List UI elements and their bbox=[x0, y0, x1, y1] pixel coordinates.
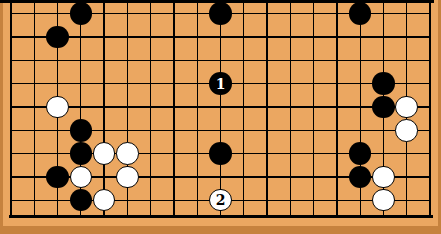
grid-line-horizontal bbox=[10, 60, 432, 61]
board-left-edge-shadow bbox=[0, 3, 3, 234]
white-stone bbox=[70, 166, 93, 189]
move-2-white-stone: 2 bbox=[209, 189, 232, 212]
go-board: 12 bbox=[0, 0, 441, 234]
black-stone bbox=[70, 142, 93, 165]
board-edge-line-vertical bbox=[10, 1, 13, 218]
white-stone bbox=[116, 166, 139, 189]
grid-line-vertical bbox=[34, 1, 35, 218]
white-stone bbox=[46, 96, 69, 119]
grid-line-horizontal bbox=[10, 36, 432, 37]
grid-line-horizontal bbox=[10, 106, 432, 107]
grid-line-vertical bbox=[290, 1, 291, 218]
grid-line-vertical bbox=[313, 1, 314, 218]
move-1-black-stone: 1 bbox=[209, 72, 232, 95]
board-bottom-edge-shadow bbox=[0, 226, 441, 234]
black-stone bbox=[46, 166, 69, 189]
white-stone bbox=[372, 166, 395, 189]
black-stone bbox=[372, 72, 395, 95]
grid-line-vertical bbox=[173, 1, 174, 218]
black-stone bbox=[70, 119, 93, 142]
black-stone bbox=[372, 96, 395, 119]
move-label: 2 bbox=[216, 193, 226, 207]
grid-line-vertical bbox=[150, 1, 151, 218]
move-label: 1 bbox=[216, 76, 226, 90]
black-stone bbox=[70, 2, 93, 25]
grid-line-vertical bbox=[336, 1, 337, 218]
white-stone bbox=[395, 119, 418, 142]
black-stone bbox=[209, 2, 232, 25]
white-stone bbox=[116, 142, 139, 165]
white-stone bbox=[372, 189, 395, 212]
black-stone bbox=[209, 142, 232, 165]
grid-line-vertical bbox=[266, 1, 267, 218]
white-stone bbox=[93, 142, 116, 165]
grid-line-vertical bbox=[103, 1, 104, 218]
grid-line-vertical bbox=[197, 1, 198, 218]
board-edge-line-vertical bbox=[429, 1, 432, 218]
grid-line-vertical bbox=[243, 1, 244, 218]
black-stone bbox=[46, 26, 69, 49]
white-stone bbox=[395, 96, 418, 119]
grid-line-vertical bbox=[220, 1, 221, 218]
